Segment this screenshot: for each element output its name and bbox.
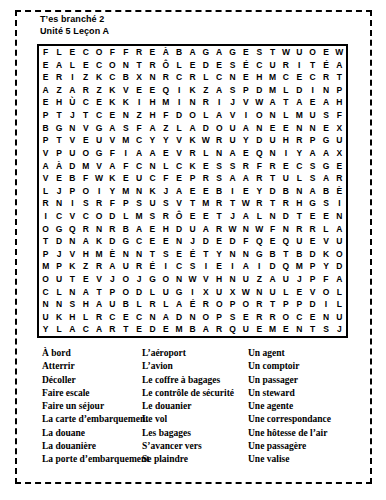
grid-cell-r1c2: L bbox=[52, 46, 65, 59]
grid-cell-r14c6: D bbox=[106, 210, 119, 223]
grid-cell-r2c14: E bbox=[213, 59, 226, 72]
grid-cell-r13c16: W bbox=[239, 197, 252, 210]
grid-cell-r19c11: N bbox=[172, 273, 185, 286]
grid-cell-r16c21: E bbox=[306, 235, 319, 248]
grid-cell-r13c15: T bbox=[226, 197, 239, 210]
grid-cell-r15c21: R bbox=[306, 223, 319, 236]
grid-cell-r10c10: L bbox=[159, 159, 172, 172]
grid-cell-r16c15: D bbox=[226, 235, 239, 248]
grid-cell-r19c19: U bbox=[279, 273, 292, 286]
grid-cell-r4c20: D bbox=[293, 84, 306, 97]
grid-cell-r11c23: R bbox=[333, 172, 346, 185]
book-title: T’es branché 2 bbox=[40, 13, 109, 25]
word-list-item: Un passager bbox=[248, 374, 331, 387]
grid-cell-r7c2: G bbox=[52, 122, 65, 135]
grid-cell-r13c18: T bbox=[266, 197, 279, 210]
grid-cell-r13c6: F bbox=[106, 197, 119, 210]
grid-cell-r9c23: X bbox=[333, 147, 346, 160]
grid-cell-r5c13: R bbox=[199, 96, 212, 109]
grid-cell-r21c17: R bbox=[253, 298, 266, 311]
grid-cell-r11c4: F bbox=[79, 172, 92, 185]
grid-cell-r12c16: E bbox=[239, 185, 252, 198]
grid-cell-r18c12: S bbox=[186, 260, 199, 273]
grid-cell-r1c13: G bbox=[199, 46, 212, 59]
word-list-item: L’avion bbox=[142, 360, 234, 373]
grid-cell-r15c14: R bbox=[213, 223, 226, 236]
unit-lesson-title: Unité 5 Leçon A bbox=[40, 25, 109, 37]
grid-cell-r1c14: A bbox=[213, 46, 226, 59]
grid-cell-r18c5: R bbox=[92, 260, 105, 273]
grid-cell-r8c19: H bbox=[279, 134, 292, 147]
grid-cell-r10c17: F bbox=[253, 159, 266, 172]
grid-cell-r2c23: A bbox=[333, 59, 346, 72]
grid-cell-r18c16: A bbox=[239, 260, 252, 273]
grid-cell-r12c17: Y bbox=[253, 185, 266, 198]
grid-cell-r1c22: E bbox=[319, 46, 332, 59]
grid-cell-r17c3: V bbox=[66, 248, 79, 261]
grid-cell-r9c4: O bbox=[79, 147, 92, 160]
grid-cell-r22c14: P bbox=[213, 311, 226, 324]
grid-cell-r23c1: Y bbox=[39, 323, 52, 336]
word-list-item: Un comptoir bbox=[248, 360, 331, 373]
grid-cell-r15c2: G bbox=[52, 223, 65, 236]
grid-cell-r1c9: E bbox=[146, 46, 159, 59]
grid-cell-r4c21: I bbox=[306, 84, 319, 97]
grid-cell-r11c19: U bbox=[279, 172, 292, 185]
grid-cell-r8c9: Y bbox=[146, 134, 159, 147]
grid-cell-r12c12: E bbox=[186, 185, 199, 198]
grid-cell-r12c14: B bbox=[213, 185, 226, 198]
grid-cell-r14c17: L bbox=[253, 210, 266, 223]
grid-cell-r20c2: L bbox=[52, 286, 65, 299]
word-list-item: Faire escale bbox=[42, 387, 149, 400]
grid-cell-r16c1: T bbox=[39, 235, 52, 248]
grid-cell-r15c9: E bbox=[146, 223, 159, 236]
grid-cell-r2c19: R bbox=[279, 59, 292, 72]
grid-cell-r21c4: H bbox=[79, 298, 92, 311]
grid-cell-r20c19: L bbox=[279, 286, 292, 299]
grid-cell-r19c5: V bbox=[92, 273, 105, 286]
grid-cell-r10c12: K bbox=[186, 159, 199, 172]
word-list-item: La douanière bbox=[42, 440, 149, 453]
grid-cell-r6c8: Z bbox=[132, 109, 145, 122]
grid-cell-r11c18: T bbox=[266, 172, 279, 185]
grid-cell-r21c5: A bbox=[92, 298, 105, 311]
grid-cell-r14c15: J bbox=[226, 210, 239, 223]
grid-cell-r15c4: R bbox=[79, 223, 92, 236]
grid-cell-r3c12: R bbox=[186, 71, 199, 84]
grid-cell-r6c16: I bbox=[239, 109, 252, 122]
grid-cell-r10c18: R bbox=[266, 159, 279, 172]
grid-cell-r11c2: E bbox=[52, 172, 65, 185]
grid-cell-r20c6: P bbox=[106, 286, 119, 299]
grid-cell-r18c2: P bbox=[52, 260, 65, 273]
grid-cell-r8c13: W bbox=[199, 134, 212, 147]
grid-cell-r22c18: R bbox=[266, 311, 279, 324]
word-list-item: Une passagère bbox=[248, 440, 331, 453]
grid-cell-r16c10: E bbox=[159, 235, 172, 248]
grid-cell-r1c10: À bbox=[159, 46, 172, 59]
grid-cell-r22c23: U bbox=[333, 311, 346, 324]
grid-cell-r8c20: R bbox=[293, 134, 306, 147]
grid-cell-r7c9: A bbox=[146, 122, 159, 135]
grid-cell-r14c13: E bbox=[199, 210, 212, 223]
grid-cell-r14c20: T bbox=[293, 210, 306, 223]
grid-cell-r23c19: E bbox=[279, 323, 292, 336]
grid-cell-r1c5: O bbox=[92, 46, 105, 59]
grid-cell-r19c23: A bbox=[333, 273, 346, 286]
grid-cell-r13c22: S bbox=[319, 197, 332, 210]
grid-cell-r18c6: A bbox=[106, 260, 119, 273]
grid-cell-r19c10: O bbox=[159, 273, 172, 286]
grid-cell-r19c8: J bbox=[132, 273, 145, 286]
grid-cell-r10c21: S bbox=[306, 159, 319, 172]
grid-cell-r3c22: R bbox=[319, 71, 332, 84]
grid-cell-r8c11: V bbox=[172, 134, 185, 147]
grid-cell-r22c5: R bbox=[92, 311, 105, 324]
grid-cell-r6c4: T bbox=[79, 109, 92, 122]
grid-cell-r15c13: A bbox=[199, 223, 212, 236]
grid-cell-r12c19: B bbox=[279, 185, 292, 198]
grid-cell-r8c10: Y bbox=[159, 134, 172, 147]
grid-cell-r7c8: F bbox=[132, 122, 145, 135]
grid-cell-r14c23: N bbox=[333, 210, 346, 223]
grid-cell-r7c16: A bbox=[239, 122, 252, 135]
grid-cell-r10c9: N bbox=[146, 159, 159, 172]
grid-cell-r7c23: X bbox=[333, 122, 346, 135]
grid-cell-r10c13: E bbox=[199, 159, 212, 172]
grid-cell-r10c2: À bbox=[52, 159, 65, 172]
grid-cell-r8c16: Y bbox=[239, 134, 252, 147]
word-list-item: La carte d’embarquement bbox=[42, 413, 149, 426]
grid-cell-r12c13: E bbox=[199, 185, 212, 198]
grid-cell-r23c16: U bbox=[239, 323, 252, 336]
grid-cell-r7c18: E bbox=[266, 122, 279, 135]
grid-cell-r6c23: F bbox=[333, 109, 346, 122]
grid-cell-r12c18: D bbox=[266, 185, 279, 198]
grid-cell-r6c6: E bbox=[106, 109, 119, 122]
grid-cell-r4c6: K bbox=[106, 84, 119, 97]
grid-cell-r16c6: D bbox=[106, 235, 119, 248]
grid-cell-r20c16: W bbox=[239, 286, 252, 299]
grid-cell-r22c11: D bbox=[172, 311, 185, 324]
grid-cell-r5c21: E bbox=[306, 96, 319, 109]
word-list-item: Le vol bbox=[142, 413, 234, 426]
grid-cell-r2c11: L bbox=[172, 59, 185, 72]
grid-cell-r14c21: E bbox=[306, 210, 319, 223]
grid-cell-r5c23: H bbox=[333, 96, 346, 109]
grid-cell-r5c19: T bbox=[279, 96, 292, 109]
grid-cell-r21c2: N bbox=[52, 298, 65, 311]
grid-cell-r17c12: É bbox=[186, 248, 199, 261]
grid-cell-r14c9: S bbox=[146, 210, 159, 223]
grid-cell-r14c16: A bbox=[239, 210, 252, 223]
grid-cell-r13c1: R bbox=[39, 197, 52, 210]
grid-cell-r8c1: P bbox=[39, 134, 52, 147]
word-list-item: Faire un séjour bbox=[42, 400, 149, 413]
grid-cell-r8c3: V bbox=[66, 134, 79, 147]
grid-cell-r21c11: A bbox=[172, 298, 185, 311]
grid-cell-r19c20: J bbox=[293, 273, 306, 286]
grid-cell-r5c15: J bbox=[226, 96, 239, 109]
grid-cell-r10c7: F bbox=[119, 159, 132, 172]
grid-cell-r5c8: I bbox=[132, 96, 145, 109]
word-list-item: Une valise bbox=[248, 453, 331, 466]
grid-cell-r15c10: H bbox=[159, 223, 172, 236]
grid-cell-r9c8: A bbox=[132, 147, 145, 160]
grid-cell-r19c9: G bbox=[146, 273, 159, 286]
grid-cell-r20c23: L bbox=[333, 286, 346, 299]
grid-cell-r4c4: R bbox=[79, 84, 92, 97]
grid-cell-r21c10: L bbox=[159, 298, 172, 311]
grid-cell-r6c7: N bbox=[119, 109, 132, 122]
grid-cell-r9c16: E bbox=[239, 147, 252, 160]
grid-cell-r9c19: I bbox=[279, 147, 292, 160]
grid-cell-r7c5: G bbox=[92, 122, 105, 135]
grid-cell-r9c11: V bbox=[172, 147, 185, 160]
grid-cell-r3c8: X bbox=[132, 71, 145, 84]
grid-cell-r7c17: N bbox=[253, 122, 266, 135]
grid-cell-r18c13: I bbox=[199, 260, 212, 273]
grid-cell-r3c23: T bbox=[333, 71, 346, 84]
word-list-item: Une agente bbox=[248, 400, 331, 413]
grid-cell-r21c7: B bbox=[119, 298, 132, 311]
grid-cell-r20c20: E bbox=[293, 286, 306, 299]
grid-cell-r13c17: R bbox=[253, 197, 266, 210]
grid-cell-r14c12: E bbox=[186, 210, 199, 223]
grid-cell-r23c23: J bbox=[333, 323, 346, 336]
grid-cell-r17c6: È bbox=[106, 248, 119, 261]
grid-cell-r22c7: E bbox=[119, 311, 132, 324]
grid-cell-r17c1: P bbox=[39, 248, 52, 261]
grid-cell-r7c14: O bbox=[213, 122, 226, 135]
grid-cell-r6c2: T bbox=[52, 109, 65, 122]
grid-cell-r1c7: F bbox=[119, 46, 132, 59]
grid-cell-r20c22: O bbox=[319, 286, 332, 299]
grid-cell-r23c11: M bbox=[172, 323, 185, 336]
grid-cell-r13c2: N bbox=[52, 197, 65, 210]
grid-cell-r23c17: E bbox=[253, 323, 266, 336]
grid-cell-r10c11: C bbox=[172, 159, 185, 172]
grid-cell-r9c6: F bbox=[106, 147, 119, 160]
grid-cell-r8c2: T bbox=[52, 134, 65, 147]
grid-cell-r1c11: B bbox=[172, 46, 185, 59]
grid-cell-r13c11: V bbox=[172, 197, 185, 210]
grid-cell-r7c4: V bbox=[79, 122, 92, 135]
grid-cell-r14c22: E bbox=[319, 210, 332, 223]
word-list-item: Atterrir bbox=[42, 360, 149, 373]
grid-cell-r16c8: C bbox=[132, 235, 145, 248]
grid-cell-r2c15: S bbox=[226, 59, 239, 72]
grid-cell-r11c11: E bbox=[172, 172, 185, 185]
grid-cell-r1c18: T bbox=[266, 46, 279, 59]
grid-cell-r4c9: E bbox=[146, 84, 159, 97]
grid-cell-r1c1: F bbox=[39, 46, 52, 59]
grid-cell-r13c20: H bbox=[293, 197, 306, 210]
grid-cell-r18c14: E bbox=[213, 260, 226, 273]
grid-cell-r16c22: V bbox=[319, 235, 332, 248]
grid-cell-r7c22: E bbox=[319, 122, 332, 135]
grid-cell-r6c15: V bbox=[226, 109, 239, 122]
grid-cell-r9c21: A bbox=[306, 147, 319, 160]
grid-cell-r9c20: Y bbox=[293, 147, 306, 160]
grid-cell-r23c14: R bbox=[213, 323, 226, 336]
grid-cell-r6c3: J bbox=[66, 109, 79, 122]
grid-cell-r16c17: Q bbox=[253, 235, 266, 248]
grid-cell-r23c4: C bbox=[79, 323, 92, 336]
word-list-item: Le contrôle de sécurité bbox=[142, 387, 234, 400]
grid-cell-r3c11: C bbox=[172, 71, 185, 84]
grid-cell-r18c21: P bbox=[306, 260, 319, 273]
word-list-item: L’aéroport bbox=[142, 347, 234, 360]
grid-cell-r16c19: Q bbox=[279, 235, 292, 248]
grid-cell-r15c7: B bbox=[119, 223, 132, 236]
grid-cell-r4c18: M bbox=[266, 84, 279, 97]
grid-cell-r10c3: D bbox=[66, 159, 79, 172]
word-list-item: Un agent bbox=[248, 347, 331, 360]
grid-cell-r4c16: P bbox=[239, 84, 252, 97]
grid-cell-r20c8: D bbox=[132, 286, 145, 299]
grid-cell-r11c16: A bbox=[239, 172, 252, 185]
grid-cell-r15c19: N bbox=[279, 223, 292, 236]
grid-cell-r15c20: R bbox=[293, 223, 306, 236]
grid-cell-r23c13: A bbox=[199, 323, 212, 336]
grid-cell-r21c16: O bbox=[239, 298, 252, 311]
grid-cell-r20c11: G bbox=[172, 286, 185, 299]
grid-cell-r3c20: E bbox=[293, 71, 306, 84]
grid-cell-r18c8: R bbox=[132, 260, 145, 273]
grid-cell-r16c11: N bbox=[172, 235, 185, 248]
grid-cell-r9c5: G bbox=[92, 147, 105, 160]
grid-cell-r17c8: N bbox=[132, 248, 145, 261]
grid-cell-r16c3: N bbox=[66, 235, 79, 248]
grid-cell-r4c19: L bbox=[279, 84, 292, 97]
grid-cell-r14c1: I bbox=[39, 210, 52, 223]
grid-cell-r4c3: A bbox=[66, 84, 79, 97]
grid-cell-r21c19: P bbox=[279, 298, 292, 311]
grid-cell-r11c15: A bbox=[226, 172, 239, 185]
grid-cell-r6c10: F bbox=[159, 109, 172, 122]
grid-cell-r21c9: R bbox=[146, 298, 159, 311]
grid-cell-r6c13: L bbox=[199, 109, 212, 122]
grid-cell-r2c21: T bbox=[306, 59, 319, 72]
grid-cell-r15c23: A bbox=[333, 223, 346, 236]
grid-cell-r19c18: A bbox=[266, 273, 279, 286]
grid-cell-r8c23: U bbox=[333, 134, 346, 147]
grid-cell-r21c18: T bbox=[266, 298, 279, 311]
grid-cell-r9c3: U bbox=[66, 147, 79, 160]
grid-cell-r1c4: C bbox=[79, 46, 92, 59]
grid-cell-r17c4: H bbox=[79, 248, 92, 261]
grid-cell-r23c15: Q bbox=[226, 323, 239, 336]
grid-cell-r7c13: D bbox=[199, 122, 212, 135]
grid-cell-r12c15: I bbox=[226, 185, 239, 198]
word-list-column-2: L’aéroportL’avionLe coffre à bagagesLe c… bbox=[142, 347, 234, 467]
grid-cell-r22c16: E bbox=[239, 311, 252, 324]
grid-cell-r2c2: A bbox=[52, 59, 65, 72]
grid-cell-r22c17: R bbox=[253, 311, 266, 324]
grid-cell-r20c15: X bbox=[226, 286, 239, 299]
grid-cell-r4c17: D bbox=[253, 84, 266, 97]
grid-cell-r23c8: E bbox=[132, 323, 145, 336]
grid-cell-r5c12: N bbox=[186, 96, 199, 109]
grid-cell-r2c18: U bbox=[266, 59, 279, 72]
grid-cell-r8c17: D bbox=[253, 134, 266, 147]
grid-cell-r17c21: D bbox=[306, 248, 319, 261]
grid-cell-r19c21: P bbox=[306, 273, 319, 286]
grid-cell-r7c21: N bbox=[306, 122, 319, 135]
grid-cell-r4c11: I bbox=[172, 84, 185, 97]
grid-cell-r13c23: I bbox=[333, 197, 346, 210]
grid-cell-r10c14: S bbox=[213, 159, 226, 172]
grid-cell-r2c5: C bbox=[92, 59, 105, 72]
grid-cell-r10c5: V bbox=[92, 159, 105, 172]
grid-cell-r19c22: F bbox=[319, 273, 332, 286]
grid-cell-r9c2: P bbox=[52, 147, 65, 160]
grid-cell-r23c2: L bbox=[52, 323, 65, 336]
grid-cell-r18c15: I bbox=[226, 260, 239, 273]
grid-cell-r8c7: M bbox=[119, 134, 132, 147]
grid-cell-r4c23: P bbox=[333, 84, 346, 97]
grid-cell-r12c22: B bbox=[319, 185, 332, 198]
grid-cell-r15c1: O bbox=[39, 223, 52, 236]
grid-cell-r17c9: T bbox=[146, 248, 159, 261]
word-list-item: S’avancer vers bbox=[142, 440, 234, 453]
grid-cell-r3c16: E bbox=[239, 71, 252, 84]
grid-cell-r15c15: W bbox=[226, 223, 239, 236]
grid-cell-r19c13: V bbox=[199, 273, 212, 286]
grid-cell-r16c7: G bbox=[119, 235, 132, 248]
grid-cell-r9c18: N bbox=[266, 147, 279, 160]
grid-cell-r7c11: L bbox=[172, 122, 185, 135]
grid-cell-r21c8: L bbox=[132, 298, 145, 311]
grid-cell-r18c22: Y bbox=[319, 260, 332, 273]
grid-cell-r9c7: I bbox=[119, 147, 132, 160]
grid-cell-r16c16: F bbox=[239, 235, 252, 248]
grid-cell-r1c6: F bbox=[106, 46, 119, 59]
grid-cell-r10c23: E bbox=[333, 159, 346, 172]
grid-cell-r16c2: D bbox=[52, 235, 65, 248]
grid-cell-r7c3: N bbox=[66, 122, 79, 135]
grid-cell-r2c4: E bbox=[79, 59, 92, 72]
grid-cell-r9c14: N bbox=[213, 147, 226, 160]
grid-cell-r22c21: E bbox=[306, 311, 319, 324]
grid-cell-r1c20: U bbox=[293, 46, 306, 59]
grid-cell-r22c13: O bbox=[199, 311, 212, 324]
grid-cell-r4c14: A bbox=[213, 84, 226, 97]
grid-cell-r18c1: M bbox=[39, 260, 52, 273]
grid-cell-r5c9: H bbox=[146, 96, 159, 109]
word-list-item: La douane bbox=[42, 427, 149, 440]
grid-cell-r19c17: Z bbox=[253, 273, 266, 286]
word-list-item: La porte d’embarquement bbox=[42, 453, 149, 466]
grid-cell-r5c22: A bbox=[319, 96, 332, 109]
grid-cell-r19c6: J bbox=[106, 273, 119, 286]
grid-cell-r8c12: K bbox=[186, 134, 199, 147]
grid-cell-r22c20: C bbox=[293, 311, 306, 324]
grid-cell-r23c22: S bbox=[319, 323, 332, 336]
grid-cell-r11c3: B bbox=[66, 172, 79, 185]
grid-cell-r2c1: E bbox=[39, 59, 52, 72]
word-list-column-1: À bordAtterrirDécollerFaire escaleFaire … bbox=[42, 347, 149, 467]
grid-cell-r1c21: O bbox=[306, 46, 319, 59]
grid-cell-r17c2: J bbox=[52, 248, 65, 261]
grid-cell-r2c20: I bbox=[293, 59, 306, 72]
grid-cell-r14c4: C bbox=[79, 210, 92, 223]
word-search-grid: FLECOFFREÀBAGAGESTWUOEWEALECONTRÔLEDESÉC… bbox=[37, 44, 348, 338]
grid-cell-r12c4: O bbox=[79, 185, 92, 198]
grid-cell-r13c8: S bbox=[132, 197, 145, 210]
